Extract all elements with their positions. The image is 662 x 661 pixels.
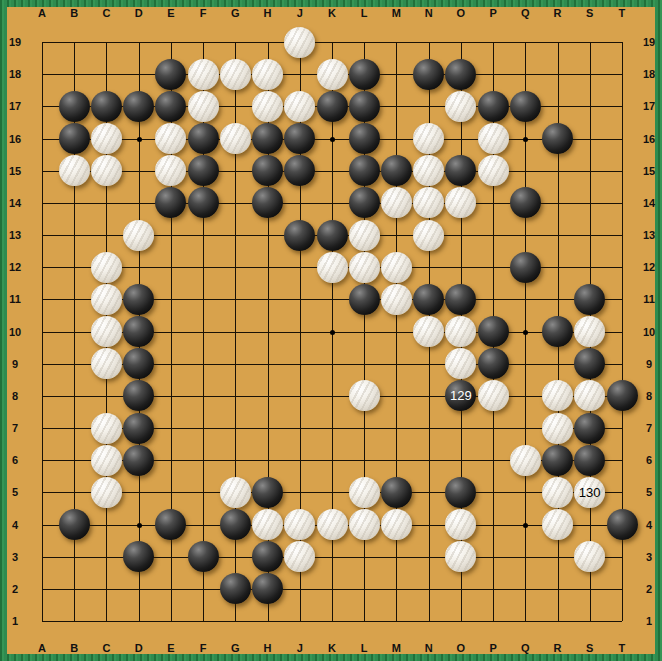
stone-white-O10[interactable]	[445, 316, 476, 347]
stone-white-M14[interactable]	[381, 187, 412, 218]
column-label-top-S: S	[586, 7, 593, 19]
stone-white-E15[interactable]	[155, 155, 186, 186]
stone-black-L14[interactable]	[349, 187, 380, 218]
stone-white-J19[interactable]	[284, 27, 315, 58]
stone-black-L11[interactable]	[349, 284, 380, 315]
column-label-bottom-R: R	[554, 642, 562, 654]
stone-black-H5[interactable]	[252, 477, 283, 508]
column-label-bottom-M: M	[392, 642, 401, 654]
stone-black-F15[interactable]	[188, 155, 219, 186]
stone-white-C12[interactable]	[91, 252, 122, 283]
stone-black-O8[interactable]: 129	[445, 380, 476, 411]
column-label-bottom-D: D	[135, 642, 143, 654]
stone-white-K12[interactable]	[317, 252, 348, 283]
stone-black-D7[interactable]	[123, 413, 154, 444]
stone-black-E14[interactable]	[155, 187, 186, 218]
stone-black-E17[interactable]	[155, 91, 186, 122]
row-label-left-14: 14	[9, 197, 21, 209]
stone-black-P10[interactable]	[478, 316, 509, 347]
column-label-top-O: O	[457, 7, 466, 19]
stone-black-Q14[interactable]	[510, 187, 541, 218]
row-label-right-10: 10	[643, 326, 655, 338]
row-label-left-6: 6	[12, 454, 18, 466]
row-label-left-1: 1	[12, 615, 18, 627]
stone-black-D17[interactable]	[123, 91, 154, 122]
column-label-bottom-E: E	[167, 642, 174, 654]
stone-white-O14[interactable]	[445, 187, 476, 218]
row-label-right-8: 8	[646, 390, 652, 402]
stone-black-F3[interactable]	[188, 541, 219, 572]
row-label-left-13: 13	[9, 229, 21, 241]
stone-black-N18[interactable]	[413, 59, 444, 90]
star-point-D16	[137, 137, 142, 142]
column-label-top-N: N	[425, 7, 433, 19]
stone-white-E16[interactable]	[155, 123, 186, 154]
column-label-bottom-K: K	[328, 642, 336, 654]
column-label-top-A: A	[38, 7, 46, 19]
stone-black-E18[interactable]	[155, 59, 186, 90]
stone-white-M4[interactable]	[381, 509, 412, 540]
stone-black-E4[interactable]	[155, 509, 186, 540]
stone-white-S8[interactable]	[574, 380, 605, 411]
stone-white-P16[interactable]	[478, 123, 509, 154]
stone-black-D11[interactable]	[123, 284, 154, 315]
star-point-K16	[330, 137, 335, 142]
stone-white-S10[interactable]	[574, 316, 605, 347]
stone-black-K17[interactable]	[317, 91, 348, 122]
stone-white-N13[interactable]	[413, 220, 444, 251]
stone-black-R10[interactable]	[542, 316, 573, 347]
stone-white-C6[interactable]	[91, 445, 122, 476]
column-label-bottom-A: A	[38, 642, 46, 654]
row-label-left-3: 3	[12, 551, 18, 563]
column-label-bottom-L: L	[361, 642, 368, 654]
column-label-top-F: F	[200, 7, 207, 19]
stone-black-S9[interactable]	[574, 348, 605, 379]
row-label-right-16: 16	[643, 133, 655, 145]
grid-line-horizontal	[42, 589, 622, 590]
stone-black-O18[interactable]	[445, 59, 476, 90]
stone-white-H18[interactable]	[252, 59, 283, 90]
stone-white-R5[interactable]	[542, 477, 573, 508]
grid-line-horizontal	[42, 492, 622, 493]
stone-white-M11[interactable]	[381, 284, 412, 315]
star-point-Q4	[523, 523, 528, 528]
column-label-top-E: E	[167, 7, 174, 19]
stone-black-J15[interactable]	[284, 155, 315, 186]
column-label-bottom-B: B	[70, 642, 78, 654]
stone-white-C15[interactable]	[91, 155, 122, 186]
stone-white-G18[interactable]	[220, 59, 251, 90]
stone-black-D6[interactable]	[123, 445, 154, 476]
column-label-top-L: L	[361, 7, 368, 19]
row-label-left-4: 4	[12, 519, 18, 531]
stone-black-G4[interactable]	[220, 509, 251, 540]
row-label-right-19: 19	[643, 36, 655, 48]
row-label-left-17: 17	[9, 100, 21, 112]
column-label-bottom-F: F	[200, 642, 207, 654]
row-label-right-6: 6	[646, 454, 652, 466]
stone-black-S7[interactable]	[574, 413, 605, 444]
row-label-left-11: 11	[9, 293, 21, 305]
stone-white-P15[interactable]	[478, 155, 509, 186]
stone-white-L4[interactable]	[349, 509, 380, 540]
column-label-bottom-S: S	[586, 642, 593, 654]
go-game-screen: AABBCCDDEEFFGGHHJJKKLLMMNNOOPPQQRRSSTT19…	[0, 0, 662, 661]
stone-white-C7[interactable]	[91, 413, 122, 444]
column-label-top-C: C	[102, 7, 110, 19]
stone-black-O15[interactable]	[445, 155, 476, 186]
star-point-Q16	[523, 137, 528, 142]
stone-black-D9[interactable]	[123, 348, 154, 379]
column-label-top-P: P	[489, 7, 496, 19]
stone-black-H2[interactable]	[252, 573, 283, 604]
stone-black-H16[interactable]	[252, 123, 283, 154]
stone-black-B16[interactable]	[59, 123, 90, 154]
stone-black-S11[interactable]	[574, 284, 605, 315]
row-label-right-18: 18	[643, 68, 655, 80]
stone-black-M15[interactable]	[381, 155, 412, 186]
stone-white-K18[interactable]	[317, 59, 348, 90]
stone-black-L18[interactable]	[349, 59, 380, 90]
stone-black-J16[interactable]	[284, 123, 315, 154]
row-label-right-3: 3	[646, 551, 652, 563]
stone-white-L12[interactable]	[349, 252, 380, 283]
row-label-right-7: 7	[646, 422, 652, 434]
stone-black-H3[interactable]	[252, 541, 283, 572]
stone-white-H4[interactable]	[252, 509, 283, 540]
stone-black-C17[interactable]	[91, 91, 122, 122]
stone-black-H14[interactable]	[252, 187, 283, 218]
column-label-bottom-O: O	[457, 642, 466, 654]
column-label-bottom-H: H	[264, 642, 272, 654]
stone-white-S5[interactable]: 130	[574, 477, 605, 508]
stone-black-P9[interactable]	[478, 348, 509, 379]
row-label-right-14: 14	[643, 197, 655, 209]
grid-line-horizontal	[42, 621, 622, 622]
move-number-130: 130	[579, 486, 601, 499]
stone-black-L17[interactable]	[349, 91, 380, 122]
stone-white-N10[interactable]	[413, 316, 444, 347]
star-point-Q10	[523, 330, 528, 335]
stone-white-C5[interactable]	[91, 477, 122, 508]
column-label-top-R: R	[554, 7, 562, 19]
stone-white-R7[interactable]	[542, 413, 573, 444]
stone-white-H17[interactable]	[252, 91, 283, 122]
stone-white-K4[interactable]	[317, 509, 348, 540]
stone-black-L16[interactable]	[349, 123, 380, 154]
column-label-bottom-Q: Q	[521, 642, 530, 654]
stone-black-N11[interactable]	[413, 284, 444, 315]
row-label-left-8: 8	[12, 390, 18, 402]
row-label-right-11: 11	[643, 293, 655, 305]
stone-black-T8[interactable]	[607, 380, 638, 411]
stone-white-J3[interactable]	[284, 541, 315, 572]
stone-white-M12[interactable]	[381, 252, 412, 283]
row-label-left-15: 15	[9, 165, 21, 177]
row-label-left-2: 2	[12, 583, 18, 595]
stone-white-G5[interactable]	[220, 477, 251, 508]
stone-white-L5[interactable]	[349, 477, 380, 508]
stone-white-G16[interactable]	[220, 123, 251, 154]
column-label-bottom-N: N	[425, 642, 433, 654]
star-point-D4	[137, 523, 142, 528]
column-label-bottom-C: C	[102, 642, 110, 654]
row-label-left-18: 18	[9, 68, 21, 80]
stone-white-D13[interactable]	[123, 220, 154, 251]
column-label-bottom-G: G	[231, 642, 240, 654]
row-label-right-4: 4	[646, 519, 652, 531]
stone-black-O11[interactable]	[445, 284, 476, 315]
stone-black-R16[interactable]	[542, 123, 573, 154]
row-label-right-1: 1	[646, 615, 652, 627]
stone-black-L15[interactable]	[349, 155, 380, 186]
stone-white-B15[interactable]	[59, 155, 90, 186]
stone-black-M5[interactable]	[381, 477, 412, 508]
stone-white-N14[interactable]	[413, 187, 444, 218]
stone-white-F17[interactable]	[188, 91, 219, 122]
stone-black-F16[interactable]	[188, 123, 219, 154]
stone-white-Q6[interactable]	[510, 445, 541, 476]
stone-black-F14[interactable]	[188, 187, 219, 218]
row-label-right-5: 5	[646, 486, 652, 498]
row-label-left-9: 9	[12, 358, 18, 370]
stone-black-Q12[interactable]	[510, 252, 541, 283]
column-label-top-H: H	[264, 7, 272, 19]
star-point-K10	[330, 330, 335, 335]
stone-black-K13[interactable]	[317, 220, 348, 251]
move-number-129: 129	[450, 389, 472, 402]
column-label-bottom-T: T	[619, 642, 626, 654]
row-label-left-12: 12	[9, 261, 21, 273]
column-label-top-Q: Q	[521, 7, 530, 19]
go-board[interactable]: AABBCCDDEEFFGGHHJJKKLLMMNNOOPPQQRRSSTT19…	[7, 7, 655, 654]
row-label-right-9: 9	[646, 358, 652, 370]
stone-black-B4[interactable]	[59, 509, 90, 540]
stone-white-O17[interactable]	[445, 91, 476, 122]
stone-white-R8[interactable]	[542, 380, 573, 411]
stone-white-L8[interactable]	[349, 380, 380, 411]
column-label-top-T: T	[619, 7, 626, 19]
row-label-left-19: 19	[9, 36, 21, 48]
row-label-right-12: 12	[643, 261, 655, 273]
column-label-bottom-P: P	[489, 642, 496, 654]
stone-white-J17[interactable]	[284, 91, 315, 122]
row-label-left-16: 16	[9, 133, 21, 145]
column-label-top-D: D	[135, 7, 143, 19]
stone-white-O3[interactable]	[445, 541, 476, 572]
stone-black-B17[interactable]	[59, 91, 90, 122]
stone-white-C11[interactable]	[91, 284, 122, 315]
stone-white-R4[interactable]	[542, 509, 573, 540]
column-label-bottom-J: J	[297, 642, 303, 654]
column-label-top-M: M	[392, 7, 401, 19]
stone-white-S3[interactable]	[574, 541, 605, 572]
stone-black-G2[interactable]	[220, 573, 251, 604]
stone-black-J13[interactable]	[284, 220, 315, 251]
stone-white-F18[interactable]	[188, 59, 219, 90]
stone-black-S6[interactable]	[574, 445, 605, 476]
row-label-left-10: 10	[9, 326, 21, 338]
stone-white-O9[interactable]	[445, 348, 476, 379]
stone-black-Q17[interactable]	[510, 91, 541, 122]
stone-white-O4[interactable]	[445, 509, 476, 540]
row-label-right-13: 13	[643, 229, 655, 241]
row-label-left-5: 5	[12, 486, 18, 498]
stone-black-D10[interactable]	[123, 316, 154, 347]
column-label-top-K: K	[328, 7, 336, 19]
stone-black-T4[interactable]	[607, 509, 638, 540]
stone-white-N16[interactable]	[413, 123, 444, 154]
row-label-right-2: 2	[646, 583, 652, 595]
stone-white-J4[interactable]	[284, 509, 315, 540]
stone-black-O5[interactable]	[445, 477, 476, 508]
stone-black-D8[interactable]	[123, 380, 154, 411]
column-label-top-G: G	[231, 7, 240, 19]
stone-white-P8[interactable]	[478, 380, 509, 411]
stone-white-N15[interactable]	[413, 155, 444, 186]
column-label-top-J: J	[297, 7, 303, 19]
stone-black-P17[interactable]	[478, 91, 509, 122]
column-label-top-B: B	[70, 7, 78, 19]
stone-black-D3[interactable]	[123, 541, 154, 572]
stone-white-C10[interactable]	[91, 316, 122, 347]
stone-white-L13[interactable]	[349, 220, 380, 251]
row-label-right-15: 15	[643, 165, 655, 177]
row-label-right-17: 17	[643, 100, 655, 112]
stone-white-C16[interactable]	[91, 123, 122, 154]
row-label-left-7: 7	[12, 422, 18, 434]
stone-black-H15[interactable]	[252, 155, 283, 186]
stone-black-R6[interactable]	[542, 445, 573, 476]
stone-white-C9[interactable]	[91, 348, 122, 379]
